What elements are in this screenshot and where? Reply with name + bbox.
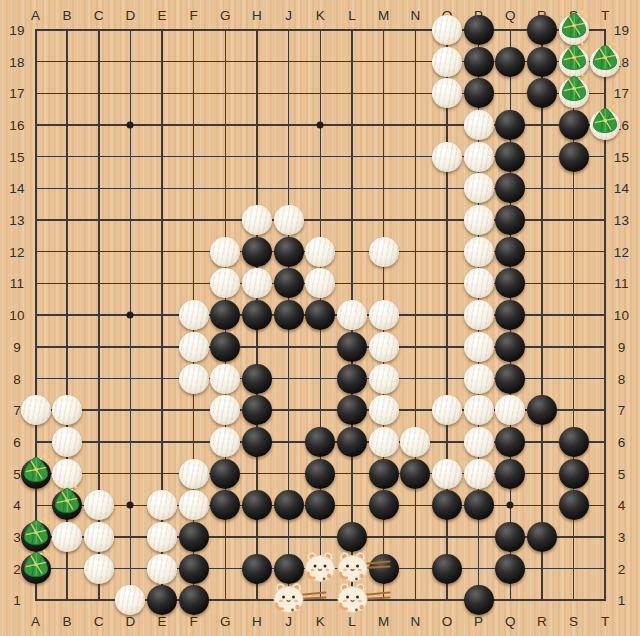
stone-black[interactable]	[527, 15, 557, 45]
stone-black[interactable]	[495, 364, 525, 394]
coordinate-label-bottom: Q	[505, 613, 516, 628]
stone-white[interactable]	[305, 237, 335, 267]
stone-black[interactable]	[495, 142, 525, 172]
stone-white[interactable]	[369, 237, 399, 267]
stone-white[interactable]	[210, 395, 240, 425]
coordinate-label-top: J	[285, 7, 292, 22]
stone-black[interactable]	[495, 110, 525, 140]
stone-black[interactable]	[559, 110, 589, 140]
star-point	[127, 122, 134, 129]
stone-white[interactable]	[464, 173, 494, 203]
stone-white[interactable]	[464, 459, 494, 489]
stone-black[interactable]	[464, 490, 494, 520]
stone-white[interactable]	[464, 237, 494, 267]
stone-white[interactable]	[464, 268, 494, 298]
coordinate-label-right: 14	[614, 181, 629, 196]
stone-white[interactable]	[432, 142, 462, 172]
stone-white[interactable]	[84, 522, 114, 552]
stone-black[interactable]	[432, 490, 462, 520]
stone-black[interactable]	[464, 15, 494, 45]
coordinate-label-top: L	[348, 7, 356, 22]
stone-white[interactable]	[84, 554, 114, 584]
stone-white[interactable]	[210, 268, 240, 298]
stone-black[interactable]	[242, 395, 272, 425]
stone-white[interactable]	[559, 15, 589, 45]
stone-black[interactable]	[242, 300, 272, 330]
stone-white[interactable]	[179, 459, 209, 489]
stone-black[interactable]	[305, 490, 335, 520]
stone-black[interactable]	[337, 427, 367, 457]
stone-black[interactable]	[242, 427, 272, 457]
coordinate-label-top: D	[125, 7, 135, 22]
go-app-screen: AABBCCDDEEFFGGHHJJKKLLMMNNOOPPQQRRSSTT19…	[0, 0, 640, 636]
stone-black[interactable]	[274, 490, 304, 520]
stone-white[interactable]	[464, 364, 494, 394]
stone-black[interactable]	[495, 332, 525, 362]
stone-black[interactable]	[242, 490, 272, 520]
stone-black[interactable]	[210, 300, 240, 330]
coordinate-label-right: 17	[614, 86, 629, 101]
stone-white[interactable]	[369, 427, 399, 457]
coordinate-label-left: 17	[9, 86, 24, 101]
stone-white[interactable]	[369, 300, 399, 330]
coordinate-label-top: N	[410, 7, 420, 22]
stone-black[interactable]	[210, 459, 240, 489]
stone-white[interactable]	[559, 78, 589, 108]
stone-black[interactable]	[464, 47, 494, 77]
coordinate-label-right: 10	[614, 308, 629, 323]
stone-black[interactable]	[337, 364, 367, 394]
coordinate-label-left: 15	[9, 149, 24, 164]
star-point	[127, 312, 134, 319]
stone-black[interactable]	[495, 300, 525, 330]
coordinate-label-top: T	[601, 7, 609, 22]
coordinate-label-right: 8	[618, 371, 626, 386]
stone-black[interactable]	[495, 459, 525, 489]
coordinate-label-top: E	[158, 7, 167, 22]
stone-black[interactable]	[495, 268, 525, 298]
stone-black[interactable]	[464, 585, 494, 615]
stone-white[interactable]	[147, 522, 177, 552]
stone-black[interactable]	[179, 522, 209, 552]
coordinate-label-right: 3	[618, 529, 626, 544]
stone-white[interactable]	[590, 47, 620, 77]
coordinate-label-left: 6	[13, 434, 21, 449]
coordinate-label-bottom: S	[569, 613, 578, 628]
stone-black[interactable]	[242, 364, 272, 394]
stone-white[interactable]	[52, 427, 82, 457]
stone-white[interactable]	[274, 205, 304, 235]
coordinate-label-left: 10	[9, 308, 24, 323]
coordinate-label-left: 11	[10, 276, 24, 291]
stone-white[interactable]	[337, 300, 367, 330]
stone-black[interactable]	[559, 490, 589, 520]
star-point	[127, 502, 134, 509]
stone-black[interactable]	[559, 427, 589, 457]
stone-black[interactable]	[242, 554, 272, 584]
coordinate-label-left: 12	[9, 244, 24, 259]
stone-black[interactable]	[495, 237, 525, 267]
stone-black[interactable]	[305, 300, 335, 330]
stone-black[interactable]	[527, 522, 557, 552]
stone-white[interactable]	[432, 395, 462, 425]
coordinate-label-right: 13	[614, 213, 629, 228]
stone-black[interactable]	[337, 395, 367, 425]
stone-white[interactable]	[84, 490, 114, 520]
stone-white[interactable]	[179, 332, 209, 362]
coordinate-label-top: F	[190, 7, 198, 22]
coordinate-label-top: K	[316, 7, 325, 22]
coordinate-label-left: 14	[9, 181, 24, 196]
coordinate-label-top: A	[31, 7, 40, 22]
stone-white[interactable]	[432, 78, 462, 108]
stone-black[interactable]	[274, 268, 304, 298]
stone-black[interactable]	[559, 459, 589, 489]
coordinate-label-bottom: O	[442, 613, 453, 628]
stone-black[interactable]	[147, 585, 177, 615]
coordinate-label-right: 11	[614, 276, 628, 291]
coordinate-label-left: 19	[9, 23, 24, 38]
stone-white[interactable]	[147, 554, 177, 584]
coordinate-label-top: G	[220, 7, 231, 22]
coordinate-label-right: 1	[618, 593, 626, 608]
stone-black[interactable]	[242, 237, 272, 267]
coordinate-label-left: 16	[9, 118, 24, 133]
stone-black[interactable]	[527, 47, 557, 77]
coordinate-label-bottom: J	[285, 613, 292, 628]
coordinate-label-bottom: C	[94, 613, 104, 628]
stone-black[interactable]	[495, 205, 525, 235]
stone-black[interactable]	[369, 554, 399, 584]
stone-black[interactable]	[179, 585, 209, 615]
stone-black[interactable]	[337, 332, 367, 362]
coordinate-label-bottom: H	[252, 613, 262, 628]
star-point	[507, 502, 514, 509]
stone-black[interactable]	[179, 554, 209, 584]
stone-white[interactable]	[464, 205, 494, 235]
coordinate-label-left: 1	[13, 593, 21, 608]
coordinate-label-left: 8	[13, 371, 21, 386]
stone-white[interactable]	[210, 427, 240, 457]
stone-black[interactable]	[495, 47, 525, 77]
coordinate-label-right: 2	[618, 561, 626, 576]
coordinate-label-right: 12	[614, 244, 629, 259]
stone-black[interactable]	[432, 554, 462, 584]
stone-white[interactable]	[400, 427, 430, 457]
stone-black[interactable]	[305, 427, 335, 457]
stone-white[interactable]	[432, 459, 462, 489]
stone-black[interactable]	[21, 554, 51, 584]
stone-black[interactable]	[495, 554, 525, 584]
stone-black[interactable]	[210, 332, 240, 362]
coordinate-label-left: 4	[13, 498, 21, 513]
coordinate-label-top: C	[94, 7, 104, 22]
coordinate-label-bottom: K	[316, 613, 325, 628]
stone-black[interactable]	[495, 522, 525, 552]
coordinate-label-right: 15	[614, 149, 629, 164]
coordinate-label-right: 5	[618, 466, 626, 481]
stone-black[interactable]	[210, 490, 240, 520]
coordinate-label-left: 18	[9, 54, 24, 69]
stone-black[interactable]	[495, 173, 525, 203]
coordinate-label-bottom: L	[348, 613, 356, 628]
coordinate-label-bottom: N	[410, 613, 420, 628]
grid-line-vertical	[415, 29, 416, 601]
stone-white[interactable]	[464, 332, 494, 362]
coordinate-label-right: 7	[618, 403, 626, 418]
coordinate-label-right: 6	[618, 434, 626, 449]
stone-white[interactable]	[52, 395, 82, 425]
stone-white[interactable]	[464, 300, 494, 330]
coordinate-label-top: H	[252, 7, 262, 22]
coordinate-label-top: M	[378, 7, 389, 22]
coordinate-label-right: 4	[618, 498, 626, 513]
coordinate-label-top: B	[63, 7, 72, 22]
coordinate-label-right: 9	[618, 339, 626, 354]
stone-black[interactable]	[52, 490, 82, 520]
stone-white[interactable]	[464, 395, 494, 425]
stone-white[interactable]	[179, 490, 209, 520]
star-point	[317, 122, 324, 129]
stone-black[interactable]	[464, 78, 494, 108]
stone-white[interactable]	[179, 364, 209, 394]
stone-white[interactable]	[464, 427, 494, 457]
stone-white[interactable]	[305, 268, 335, 298]
stone-white[interactable]	[464, 142, 494, 172]
coordinate-label-right: 19	[614, 23, 629, 38]
stone-white[interactable]	[432, 15, 462, 45]
coordinate-label-left: 9	[13, 339, 21, 354]
coordinate-label-bottom: T	[601, 613, 609, 628]
stone-white[interactable]	[115, 585, 145, 615]
stone-white[interactable]	[590, 110, 620, 140]
stone-black[interactable]	[21, 522, 51, 552]
stone-white[interactable]	[179, 300, 209, 330]
coordinate-label-left: 13	[9, 213, 24, 228]
stone-white[interactable]	[242, 205, 272, 235]
stone-black[interactable]	[369, 459, 399, 489]
stone-black[interactable]	[274, 237, 304, 267]
stone-black[interactable]	[400, 459, 430, 489]
stone-white[interactable]	[52, 459, 82, 489]
stone-white[interactable]	[559, 47, 589, 77]
stone-white[interactable]	[242, 268, 272, 298]
stone-white[interactable]	[464, 110, 494, 140]
coordinate-label-bottom: A	[31, 613, 40, 628]
grid-line-vertical	[541, 29, 542, 601]
stone-black[interactable]	[495, 427, 525, 457]
stone-white[interactable]	[369, 332, 399, 362]
stone-black[interactable]	[559, 142, 589, 172]
stone-white[interactable]	[210, 237, 240, 267]
stone-black[interactable]	[21, 459, 51, 489]
stone-white[interactable]	[210, 364, 240, 394]
stone-black[interactable]	[337, 522, 367, 552]
stone-black[interactable]	[274, 554, 304, 584]
stone-white[interactable]	[369, 395, 399, 425]
stone-white[interactable]	[21, 395, 51, 425]
stone-white[interactable]	[147, 490, 177, 520]
stone-white[interactable]	[495, 395, 525, 425]
stone-white[interactable]	[432, 47, 462, 77]
coordinate-label-bottom: B	[63, 613, 72, 628]
coordinate-label-bottom: R	[537, 613, 547, 628]
stone-white[interactable]	[52, 522, 82, 552]
stone-white[interactable]	[369, 364, 399, 394]
stone-black[interactable]	[527, 78, 557, 108]
stone-black[interactable]	[274, 300, 304, 330]
stone-black[interactable]	[369, 490, 399, 520]
stone-black[interactable]	[527, 395, 557, 425]
coordinate-label-bottom: G	[220, 613, 231, 628]
coordinate-label-top: Q	[505, 7, 516, 22]
stone-black[interactable]	[305, 459, 335, 489]
coordinate-label-bottom: M	[378, 613, 389, 628]
